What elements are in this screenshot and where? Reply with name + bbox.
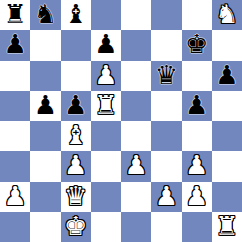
square-g1[interactable]: [182, 212, 212, 242]
square-f4[interactable]: [151, 121, 181, 151]
piece-white-pawn[interactable]: ♟: [94, 61, 117, 90]
square-h5[interactable]: [212, 91, 242, 121]
square-c3[interactable]: ♟: [61, 151, 91, 181]
square-b2[interactable]: [30, 182, 60, 212]
square-a5[interactable]: [0, 91, 30, 121]
square-f1[interactable]: [151, 212, 181, 242]
square-e5[interactable]: [121, 91, 151, 121]
square-d2[interactable]: [91, 182, 121, 212]
piece-black-rook[interactable]: ♜: [3, 0, 26, 29]
square-g7[interactable]: ♚: [182, 30, 212, 60]
square-h4[interactable]: [212, 121, 242, 151]
square-e2[interactable]: [121, 182, 151, 212]
piece-black-pawn[interactable]: ♟: [64, 91, 87, 120]
square-d7[interactable]: ♟: [91, 30, 121, 60]
square-d4[interactable]: [91, 121, 121, 151]
square-d3[interactable]: [91, 151, 121, 181]
square-e3[interactable]: ♟: [121, 151, 151, 181]
piece-white-pawn[interactable]: ♟: [155, 182, 178, 211]
piece-black-pawn[interactable]: ♟: [215, 61, 238, 90]
square-g4[interactable]: [182, 121, 212, 151]
square-g2[interactable]: ♟: [182, 182, 212, 212]
piece-black-queen[interactable]: ♛: [155, 61, 178, 90]
piece-black-king[interactable]: ♚: [185, 30, 208, 59]
square-f5[interactable]: [151, 91, 181, 121]
square-a2[interactable]: ♟: [0, 182, 30, 212]
square-b1[interactable]: [30, 212, 60, 242]
square-f7[interactable]: [151, 30, 181, 60]
square-g8[interactable]: [182, 0, 212, 30]
square-b5[interactable]: ♟: [30, 91, 60, 121]
square-a4[interactable]: [0, 121, 30, 151]
piece-white-pawn[interactable]: ♟: [124, 151, 147, 180]
square-g5[interactable]: ♟: [182, 91, 212, 121]
square-h1[interactable]: ♜: [212, 212, 242, 242]
square-c1[interactable]: ♚: [61, 212, 91, 242]
piece-white-pawn[interactable]: ♟: [185, 151, 208, 180]
square-c4[interactable]: ♝: [61, 121, 91, 151]
square-a1[interactable]: [0, 212, 30, 242]
piece-black-bishop[interactable]: ♝: [64, 0, 87, 29]
square-a8[interactable]: ♜: [0, 0, 30, 30]
piece-white-pawn[interactable]: ♟: [185, 182, 208, 211]
square-h8[interactable]: ♞: [212, 0, 242, 30]
square-f2[interactable]: ♟: [151, 182, 181, 212]
square-e6[interactable]: [121, 61, 151, 91]
square-d8[interactable]: [91, 0, 121, 30]
square-f6[interactable]: ♛: [151, 61, 181, 91]
square-b7[interactable]: [30, 30, 60, 60]
square-d6[interactable]: ♟: [91, 61, 121, 91]
square-c2[interactable]: ♛: [61, 182, 91, 212]
square-f8[interactable]: [151, 0, 181, 30]
square-h6[interactable]: ♟: [212, 61, 242, 91]
square-e4[interactable]: [121, 121, 151, 151]
square-b8[interactable]: ♞: [30, 0, 60, 30]
piece-black-pawn[interactable]: ♟: [3, 30, 26, 59]
square-g6[interactable]: [182, 61, 212, 91]
piece-white-bishop[interactable]: ♝: [64, 121, 87, 150]
piece-black-pawn[interactable]: ♟: [185, 91, 208, 120]
piece-black-knight[interactable]: ♞: [34, 0, 57, 29]
square-e7[interactable]: [121, 30, 151, 60]
square-e1[interactable]: [121, 212, 151, 242]
square-c8[interactable]: ♝: [61, 0, 91, 30]
square-b3[interactable]: [30, 151, 60, 181]
square-b6[interactable]: [30, 61, 60, 91]
piece-white-rook[interactable]: ♜: [215, 212, 238, 241]
square-h7[interactable]: [212, 30, 242, 60]
square-f3[interactable]: [151, 151, 181, 181]
piece-white-knight[interactable]: ♞: [215, 0, 238, 29]
square-c6[interactable]: [61, 61, 91, 91]
piece-black-pawn[interactable]: ♟: [34, 91, 57, 120]
square-e8[interactable]: [121, 0, 151, 30]
piece-white-rook[interactable]: ♜: [94, 91, 117, 120]
square-h3[interactable]: [212, 151, 242, 181]
square-g3[interactable]: ♟: [182, 151, 212, 181]
piece-white-king[interactable]: ♚: [64, 212, 87, 241]
square-h2[interactable]: [212, 182, 242, 212]
square-a6[interactable]: [0, 61, 30, 91]
square-c5[interactable]: ♟: [61, 91, 91, 121]
square-d5[interactable]: ♜: [91, 91, 121, 121]
square-c7[interactable]: [61, 30, 91, 60]
square-a3[interactable]: [0, 151, 30, 181]
piece-white-pawn[interactable]: ♟: [64, 151, 87, 180]
square-d1[interactable]: [91, 212, 121, 242]
square-b4[interactable]: [30, 121, 60, 151]
piece-black-pawn[interactable]: ♟: [94, 30, 117, 59]
chess-board: ♜♞♝♞♟♟♚♟♛♟♟♟♜♟♝♟♟♟♟♛♟♟♚♜: [0, 0, 242, 242]
piece-white-queen[interactable]: ♛: [64, 182, 87, 211]
square-a7[interactable]: ♟: [0, 30, 30, 60]
piece-white-pawn[interactable]: ♟: [3, 182, 26, 211]
